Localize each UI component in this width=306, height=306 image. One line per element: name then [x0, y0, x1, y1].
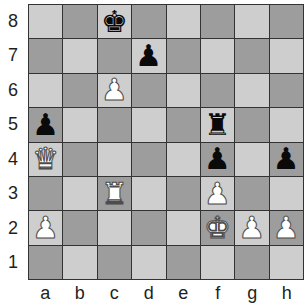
rank-labels: 87654321	[0, 4, 26, 280]
square-e6[interactable]	[167, 74, 200, 107]
square-d2[interactable]	[132, 211, 165, 244]
square-c5[interactable]	[98, 108, 131, 141]
square-e8[interactable]	[167, 5, 200, 38]
square-c1[interactable]	[98, 246, 131, 279]
rank-label-8: 8	[0, 4, 26, 39]
rank-label-4: 4	[0, 142, 26, 177]
rank-label-2: 2	[0, 211, 26, 246]
square-a6[interactable]	[29, 74, 62, 107]
square-a7[interactable]	[29, 39, 62, 72]
square-f8[interactable]	[201, 5, 234, 38]
square-a4[interactable]: ♛	[29, 143, 62, 176]
square-f5[interactable]: ♜	[201, 108, 234, 141]
file-label-f: f	[201, 280, 236, 306]
piece-white-pawn[interactable]: ♟	[238, 213, 265, 243]
square-h1[interactable]	[270, 246, 303, 279]
piece-white-king[interactable]: ♚	[204, 213, 231, 243]
square-f3[interactable]: ♟	[201, 177, 234, 210]
file-label-c: c	[97, 280, 132, 306]
square-b6[interactable]	[63, 74, 96, 107]
square-g6[interactable]	[235, 74, 268, 107]
piece-white-queen[interactable]: ♛	[32, 144, 59, 174]
square-h7[interactable]	[270, 39, 303, 72]
square-e2[interactable]	[167, 211, 200, 244]
square-c2[interactable]	[98, 211, 131, 244]
square-d6[interactable]	[132, 74, 165, 107]
square-c6[interactable]: ♟	[98, 74, 131, 107]
square-f1[interactable]	[201, 246, 234, 279]
square-e3[interactable]	[167, 177, 200, 210]
piece-white-pawn[interactable]: ♟	[273, 213, 300, 243]
square-h8[interactable]	[270, 5, 303, 38]
rank-label-5: 5	[0, 108, 26, 143]
square-h4[interactable]: ♟	[270, 143, 303, 176]
square-d4[interactable]	[132, 143, 165, 176]
square-b5[interactable]	[63, 108, 96, 141]
piece-black-pawn[interactable]: ♟	[32, 110, 59, 140]
piece-white-pawn[interactable]: ♟	[32, 213, 59, 243]
file-label-g: g	[235, 280, 270, 306]
square-h2[interactable]: ♟	[270, 211, 303, 244]
square-c7[interactable]	[98, 39, 131, 72]
piece-black-rook[interactable]: ♜	[204, 110, 231, 140]
piece-black-pawn[interactable]: ♟	[273, 144, 300, 174]
square-c4[interactable]	[98, 143, 131, 176]
square-g1[interactable]	[235, 246, 268, 279]
square-e7[interactable]	[167, 39, 200, 72]
rank-label-7: 7	[0, 39, 26, 74]
square-b4[interactable]	[63, 143, 96, 176]
square-a3[interactable]	[29, 177, 62, 210]
chess-diagram: 87654321 ♚♟♟♟♜♛♟♟♜♟♟♚♟♟ abcdefgh	[0, 0, 306, 306]
piece-white-pawn[interactable]: ♟	[204, 179, 231, 209]
piece-black-pawn[interactable]: ♟	[204, 144, 231, 174]
square-g5[interactable]	[235, 108, 268, 141]
square-f6[interactable]	[201, 74, 234, 107]
square-g2[interactable]: ♟	[235, 211, 268, 244]
square-a8[interactable]	[29, 5, 62, 38]
square-g3[interactable]	[235, 177, 268, 210]
square-h5[interactable]	[270, 108, 303, 141]
square-c3[interactable]: ♜	[98, 177, 131, 210]
rank-label-6: 6	[0, 73, 26, 108]
square-b3[interactable]	[63, 177, 96, 210]
rank-label-1: 1	[0, 246, 26, 281]
square-g4[interactable]	[235, 143, 268, 176]
chess-board: ♚♟♟♟♜♛♟♟♜♟♟♚♟♟	[28, 4, 304, 280]
square-e5[interactable]	[167, 108, 200, 141]
square-b8[interactable]	[63, 5, 96, 38]
piece-white-pawn[interactable]: ♟	[101, 75, 128, 105]
file-label-b: b	[63, 280, 98, 306]
piece-black-king[interactable]: ♚	[101, 7, 128, 37]
file-label-h: h	[270, 280, 305, 306]
square-d1[interactable]	[132, 246, 165, 279]
file-label-a: a	[28, 280, 63, 306]
square-a1[interactable]	[29, 246, 62, 279]
square-e1[interactable]	[167, 246, 200, 279]
square-f2[interactable]: ♚	[201, 211, 234, 244]
square-g8[interactable]	[235, 5, 268, 38]
square-g7[interactable]	[235, 39, 268, 72]
file-labels: abcdefgh	[28, 280, 304, 306]
square-d8[interactable]	[132, 5, 165, 38]
square-b2[interactable]	[63, 211, 96, 244]
file-label-e: e	[166, 280, 201, 306]
square-f4[interactable]: ♟	[201, 143, 234, 176]
square-h3[interactable]	[270, 177, 303, 210]
piece-black-pawn[interactable]: ♟	[135, 41, 162, 71]
square-b7[interactable]	[63, 39, 96, 72]
square-d7[interactable]: ♟	[132, 39, 165, 72]
square-h6[interactable]	[270, 74, 303, 107]
piece-white-rook[interactable]: ♜	[101, 179, 128, 209]
square-d5[interactable]	[132, 108, 165, 141]
rank-label-3: 3	[0, 177, 26, 212]
square-a5[interactable]: ♟	[29, 108, 62, 141]
file-label-d: d	[132, 280, 167, 306]
square-c8[interactable]: ♚	[98, 5, 131, 38]
square-a2[interactable]: ♟	[29, 211, 62, 244]
square-d3[interactable]	[132, 177, 165, 210]
square-b1[interactable]	[63, 246, 96, 279]
square-f7[interactable]	[201, 39, 234, 72]
square-e4[interactable]	[167, 143, 200, 176]
